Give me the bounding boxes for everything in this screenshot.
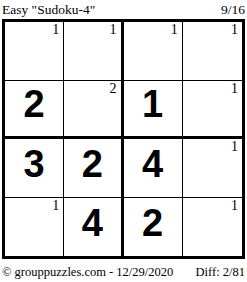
cell-r2c3[interactable]: 1 [183, 139, 242, 198]
cell-r3c1[interactable]: 4 [64, 198, 123, 257]
cell-r3c2[interactable]: 2 [124, 198, 183, 257]
cell-digit: 2 [24, 85, 45, 123]
pencil-mark: 1 [231, 139, 238, 155]
cell-r0c0[interactable]: 1 [5, 22, 64, 81]
footer: © grouppuzzles.com - 12/29/2020 Diff: 2/… [0, 265, 247, 279]
cell-digit: 2 [82, 145, 103, 183]
pencil-mark: 1 [52, 22, 59, 38]
pencil-mark: 2 [110, 81, 117, 97]
difficulty-text: Diff: 2/81 [196, 265, 245, 279]
cell-r1c1[interactable]: 2 [64, 81, 123, 140]
cell-digit: 4 [82, 204, 103, 242]
cell-r0c3[interactable]: 1 [183, 22, 242, 81]
cell-digit: 3 [24, 145, 45, 183]
copyright-text: © grouppuzzles.com - 12/29/2020 [2, 265, 173, 279]
cell-r0c2[interactable]: 1 [124, 22, 183, 81]
pencil-mark: 1 [171, 22, 178, 38]
pencil-mark: 1 [231, 81, 238, 97]
cell-r2c2[interactable]: 4 [124, 139, 183, 198]
header: Easy "Sudoku-4" 9/16 [0, 0, 247, 19]
pencil-mark: 1 [231, 198, 238, 214]
cell-r0c1[interactable]: 1 [64, 22, 123, 81]
cell-r3c3[interactable]: 1 [183, 198, 242, 257]
sudoku-board: 1111221132411421 [2, 19, 245, 259]
cell-digit: 2 [142, 204, 163, 242]
cell-counter: 9/16 [221, 2, 245, 17]
puzzle-title: Easy "Sudoku-4" [2, 2, 95, 17]
cell-r1c2[interactable]: 1 [124, 81, 183, 140]
cell-r2c0[interactable]: 3 [5, 139, 64, 198]
cell-digit: 4 [142, 145, 163, 183]
pencil-mark: 1 [52, 198, 59, 214]
cell-r1c3[interactable]: 1 [183, 81, 242, 140]
pencil-mark: 1 [231, 22, 238, 38]
pencil-mark: 1 [110, 22, 117, 38]
cell-r1c0[interactable]: 2 [5, 81, 64, 140]
cell-r3c0[interactable]: 1 [5, 198, 64, 257]
sudoku-page: Easy "Sudoku-4" 9/16 1111221132411421 © … [0, 0, 247, 282]
cell-r2c1[interactable]: 2 [64, 139, 123, 198]
cell-digit: 1 [142, 85, 163, 123]
